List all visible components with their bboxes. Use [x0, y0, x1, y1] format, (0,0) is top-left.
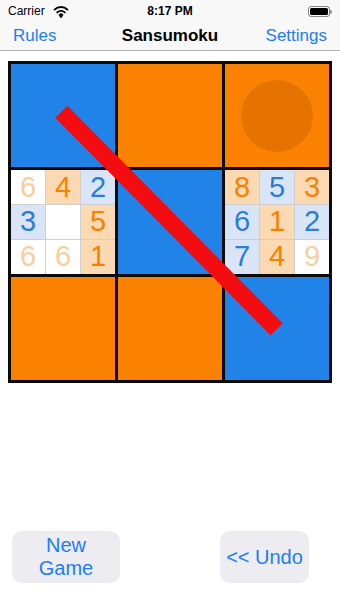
block-r2c1-cell-r2c2[interactable] [46, 205, 80, 239]
block-r2c1-cell-r3c1[interactable]: 6 [11, 240, 45, 274]
top-chrome: Carrier 8:17 PM Rules Sansumoku Settings [0, 0, 340, 50]
block-r2c1-cell-r1c1[interactable]: 6 [11, 170, 45, 204]
block-r2c1: 64235661 [11, 170, 115, 273]
block-r2c3: 853612749 [225, 170, 329, 273]
block-r1c2 [118, 64, 222, 167]
settings-button[interactable]: Settings [266, 22, 327, 50]
block-r2c3-cell-r1c1[interactable]: 8 [225, 170, 259, 204]
block-r2c3-cell-r1c3[interactable]: 3 [295, 170, 329, 204]
block-r2c1-cell-r1c3[interactable]: 2 [81, 170, 115, 204]
block-r3c2 [118, 277, 222, 380]
block-r2c1-cell-r2c3[interactable]: 5 [81, 205, 115, 239]
block-r2c3-cell-r3c3[interactable]: 9 [295, 240, 329, 274]
block-r2c1-cell-r1c2[interactable]: 4 [46, 170, 80, 204]
status-bar: Carrier 8:17 PM [0, 0, 340, 22]
time-label: 8:17 PM [147, 0, 192, 22]
battery-icon [308, 6, 330, 17]
nav-divider [0, 50, 340, 51]
block-r2c1-cell-r2c1[interactable]: 3 [11, 205, 45, 239]
block-r3c1 [11, 277, 115, 380]
block-r1c3 [225, 64, 329, 167]
block-r2c3-cell-r2c2[interactable]: 1 [260, 205, 294, 239]
block-r2c3-cell-r2c1[interactable]: 6 [225, 205, 259, 239]
carrier-label: Carrier [8, 0, 45, 22]
battery-tip [330, 10, 332, 14]
block-marker-circle [241, 80, 313, 152]
rules-button[interactable]: Rules [13, 22, 56, 50]
wifi-icon [53, 5, 69, 18]
nav-bar: Rules Sansumoku Settings [0, 22, 340, 50]
block-r2c1-cell-r3c3[interactable]: 1 [81, 240, 115, 274]
undo-button[interactable]: << Undo [220, 531, 309, 583]
block-r2c3-cell-r3c2[interactable]: 4 [260, 240, 294, 274]
battery-fill [310, 8, 328, 15]
page-title: Sansumoku [122, 22, 218, 50]
block-r2c3-cell-r1c2[interactable]: 5 [260, 170, 294, 204]
block-r2c3-cell-r2c3[interactable]: 2 [295, 205, 329, 239]
block-r2c1-cell-r3c2[interactable]: 6 [46, 240, 80, 274]
block-r2c3-cell-r3c1[interactable]: 7 [225, 240, 259, 274]
new-game-button[interactable]: New Game [12, 531, 120, 583]
